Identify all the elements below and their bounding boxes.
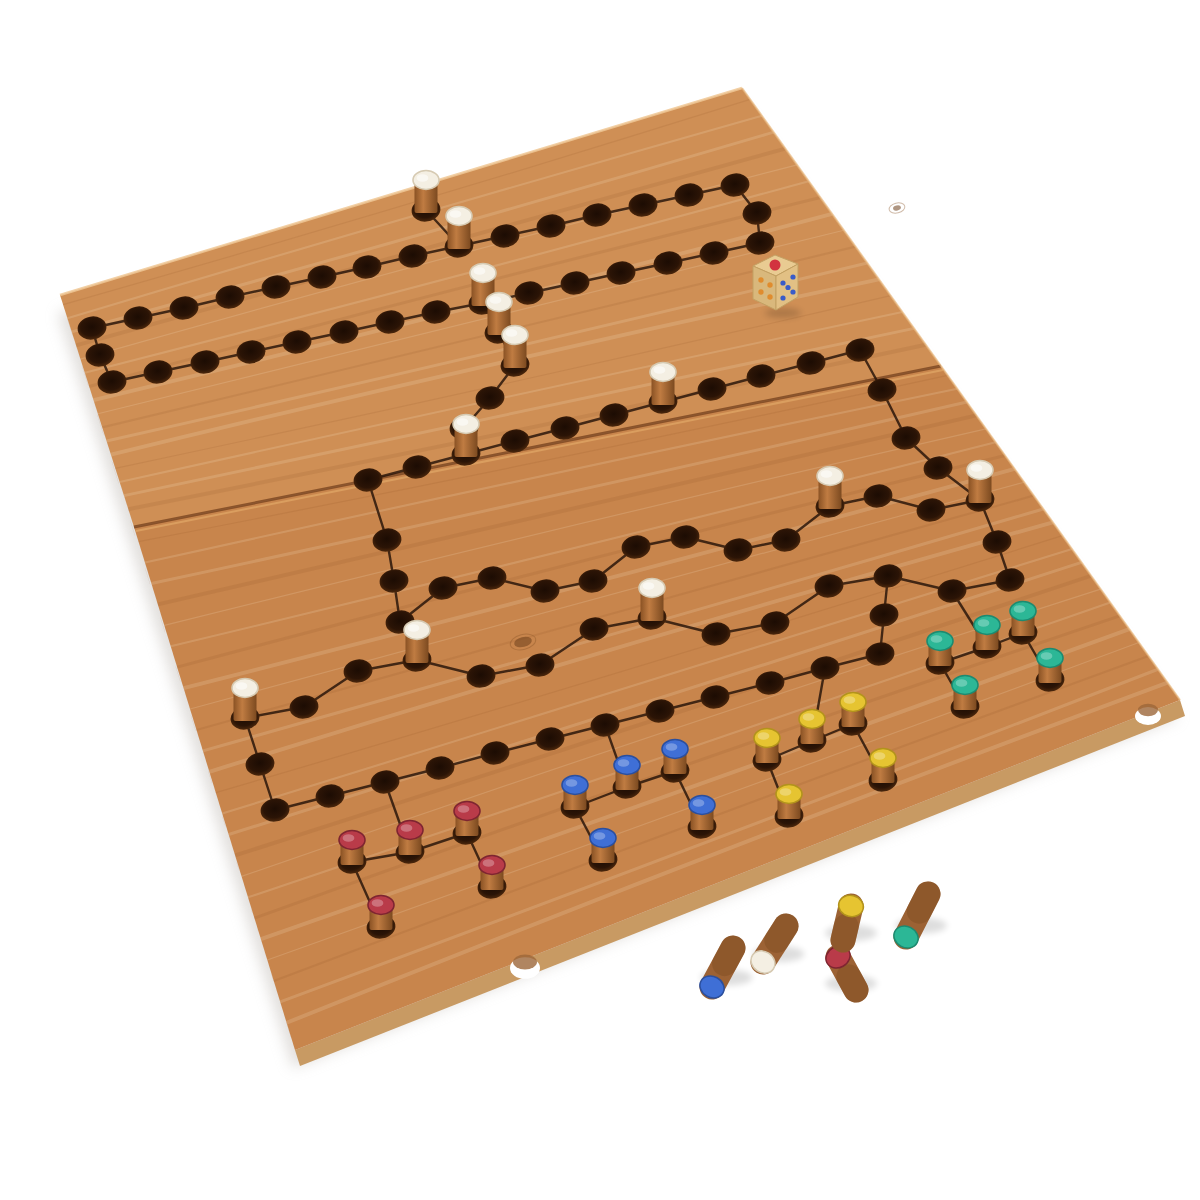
yellow-peg[interactable] bbox=[870, 749, 896, 784]
red-peg[interactable] bbox=[397, 821, 423, 856]
red-peg[interactable] bbox=[454, 802, 480, 837]
green-peg[interactable] bbox=[1037, 649, 1063, 684]
yellow-peg[interactable] bbox=[776, 785, 802, 820]
loose-white-peg[interactable] bbox=[747, 926, 805, 978]
red-peg[interactable] bbox=[479, 856, 505, 891]
white-barricade-peg[interactable] bbox=[446, 207, 472, 250]
yellow-peg[interactable] bbox=[840, 693, 866, 728]
loose-pegs bbox=[696, 893, 947, 1002]
white-barricade-peg[interactable] bbox=[453, 415, 479, 458]
loose-green-peg[interactable] bbox=[890, 894, 947, 952]
blue-peg[interactable] bbox=[689, 796, 715, 831]
green-peg[interactable] bbox=[974, 616, 1000, 651]
blue-peg[interactable] bbox=[614, 756, 640, 791]
blue-peg[interactable] bbox=[562, 776, 588, 811]
white-barricade-peg[interactable] bbox=[413, 171, 439, 214]
white-barricade-peg[interactable] bbox=[232, 679, 258, 722]
photo-canvas bbox=[0, 0, 1200, 1200]
edge-notch-inner bbox=[1138, 704, 1158, 716]
green-peg[interactable] bbox=[1010, 602, 1036, 637]
white-barricade-peg[interactable] bbox=[404, 621, 430, 664]
blue-peg[interactable] bbox=[662, 740, 688, 775]
yellow-peg[interactable] bbox=[799, 710, 825, 745]
game-board bbox=[0, 0, 1200, 1200]
white-barricade-peg[interactable] bbox=[639, 579, 665, 622]
blue-peg[interactable] bbox=[590, 829, 616, 864]
edge-notch-inner bbox=[513, 955, 537, 970]
white-barricade-peg[interactable] bbox=[817, 467, 843, 510]
wood-knot bbox=[893, 205, 902, 212]
yellow-peg[interactable] bbox=[754, 729, 780, 764]
loose-yellow-peg[interactable] bbox=[825, 893, 877, 941]
red-peg[interactable] bbox=[339, 831, 365, 866]
loose-blue-peg[interactable] bbox=[696, 948, 752, 1002]
white-barricade-peg[interactable] bbox=[650, 363, 676, 406]
green-peg[interactable] bbox=[927, 632, 953, 667]
red-peg[interactable] bbox=[368, 896, 394, 931]
white-barricade-peg[interactable] bbox=[502, 326, 528, 369]
white-barricade-peg[interactable] bbox=[967, 461, 993, 504]
die-shadow bbox=[765, 308, 801, 318]
green-peg[interactable] bbox=[952, 676, 978, 711]
